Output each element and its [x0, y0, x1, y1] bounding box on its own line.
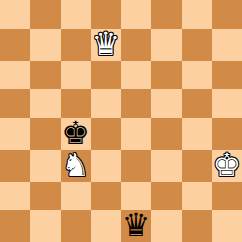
square-d5[interactable]: [91, 89, 121, 118]
square-g2[interactable]: [182, 182, 212, 211]
square-d2[interactable]: [91, 182, 121, 211]
square-f2[interactable]: [151, 182, 181, 211]
square-c1[interactable]: [61, 210, 91, 242]
square-a3[interactable]: [0, 150, 30, 182]
square-b7[interactable]: [30, 29, 60, 61]
white-queen-piece: ♛: [92, 28, 121, 60]
square-e5[interactable]: [121, 89, 151, 118]
square-b3[interactable]: [30, 150, 60, 182]
square-b4[interactable]: [30, 118, 60, 150]
square-a4[interactable]: [0, 118, 30, 150]
square-a5[interactable]: [0, 89, 30, 118]
square-g8[interactable]: [182, 0, 212, 29]
square-g4[interactable]: [182, 118, 212, 150]
square-c6[interactable]: [61, 61, 91, 90]
square-h8[interactable]: [212, 0, 242, 29]
square-h5[interactable]: [212, 89, 242, 118]
square-h2[interactable]: [212, 182, 242, 211]
square-b2[interactable]: [30, 182, 60, 211]
square-c4[interactable]: ♚: [61, 118, 91, 150]
square-e1[interactable]: ♛: [121, 210, 151, 242]
square-g7[interactable]: [182, 29, 212, 61]
square-c7[interactable]: [61, 29, 91, 61]
square-e8[interactable]: [121, 0, 151, 29]
square-a2[interactable]: [0, 182, 30, 211]
chess-board-container: ♛♚♞♚♛: [0, 0, 242, 242]
square-f8[interactable]: [151, 0, 181, 29]
square-g3[interactable]: [182, 150, 212, 182]
square-b6[interactable]: [30, 61, 60, 90]
square-e2[interactable]: [121, 182, 151, 211]
square-c2[interactable]: [61, 182, 91, 211]
black-queen-piece: ♛: [122, 209, 151, 241]
square-g1[interactable]: [182, 210, 212, 242]
square-e6[interactable]: [121, 61, 151, 90]
square-b5[interactable]: [30, 89, 60, 118]
square-h6[interactable]: [212, 61, 242, 90]
square-f3[interactable]: [151, 150, 181, 182]
square-h3[interactable]: ♚: [212, 150, 242, 182]
square-g5[interactable]: [182, 89, 212, 118]
square-b1[interactable]: [30, 210, 60, 242]
square-h7[interactable]: [212, 29, 242, 61]
square-c5[interactable]: [61, 89, 91, 118]
white-knight-piece: ♞: [61, 149, 90, 181]
square-f5[interactable]: [151, 89, 181, 118]
square-d7[interactable]: ♛: [91, 29, 121, 61]
square-b8[interactable]: [30, 0, 60, 29]
square-e4[interactable]: [121, 118, 151, 150]
square-d8[interactable]: [91, 0, 121, 29]
square-a8[interactable]: [0, 0, 30, 29]
square-d4[interactable]: [91, 118, 121, 150]
square-d6[interactable]: [91, 61, 121, 90]
white-king-piece: ♚: [213, 149, 242, 181]
square-d3[interactable]: [91, 150, 121, 182]
square-f1[interactable]: [151, 210, 181, 242]
square-g6[interactable]: [182, 61, 212, 90]
square-h1[interactable]: [212, 210, 242, 242]
square-e7[interactable]: [121, 29, 151, 61]
black-king-piece: ♚: [61, 117, 90, 149]
square-c8[interactable]: [61, 0, 91, 29]
square-e3[interactable]: [121, 150, 151, 182]
chess-board: ♛♚♞♚♛: [0, 0, 242, 242]
square-f6[interactable]: [151, 61, 181, 90]
square-h4[interactable]: [212, 118, 242, 150]
square-c3[interactable]: ♞: [61, 150, 91, 182]
square-f4[interactable]: [151, 118, 181, 150]
square-a7[interactable]: [0, 29, 30, 61]
square-a6[interactable]: [0, 61, 30, 90]
square-d1[interactable]: [91, 210, 121, 242]
square-f7[interactable]: [151, 29, 181, 61]
square-a1[interactable]: [0, 210, 30, 242]
